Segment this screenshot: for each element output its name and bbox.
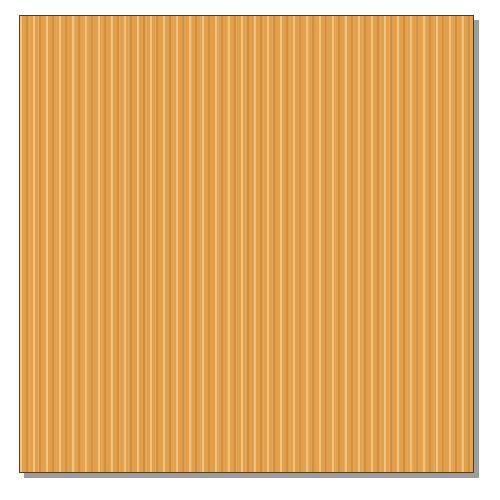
go-diagram — [0, 0, 500, 500]
go-board[interactable] — [19, 15, 474, 473]
